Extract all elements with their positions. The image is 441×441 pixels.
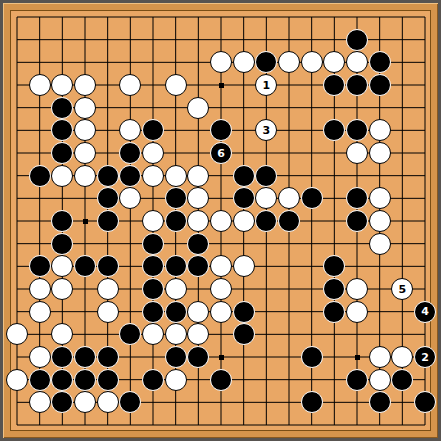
black-stone bbox=[165, 255, 187, 277]
black-stone bbox=[323, 301, 345, 323]
star-point bbox=[219, 83, 224, 88]
white-stone bbox=[233, 210, 255, 232]
white-stone bbox=[233, 51, 255, 73]
white-stone bbox=[97, 391, 119, 413]
black-stone bbox=[29, 255, 51, 277]
black-stone bbox=[97, 165, 119, 187]
white-stone bbox=[369, 346, 391, 368]
black-stone bbox=[51, 97, 73, 119]
white-stone bbox=[187, 165, 209, 187]
black-stone bbox=[74, 346, 96, 368]
black-stone bbox=[97, 210, 119, 232]
black-stone bbox=[233, 301, 255, 323]
white-stone bbox=[165, 74, 187, 96]
black-stone bbox=[187, 233, 209, 255]
black-stone bbox=[255, 165, 277, 187]
black-stone bbox=[233, 323, 255, 345]
board-frame: 136542 bbox=[0, 0, 441, 441]
black-stone bbox=[210, 369, 232, 391]
black-stone bbox=[165, 187, 187, 209]
white-stone bbox=[165, 165, 187, 187]
white-stone bbox=[74, 97, 96, 119]
white-stone bbox=[29, 346, 51, 368]
white-stone bbox=[346, 278, 368, 300]
black-stone bbox=[369, 51, 391, 73]
black-stone bbox=[142, 233, 164, 255]
white-stone bbox=[97, 278, 119, 300]
white-stone bbox=[187, 301, 209, 323]
white-stone bbox=[74, 142, 96, 164]
black-stone bbox=[391, 369, 413, 391]
white-stone bbox=[165, 369, 187, 391]
white-stone bbox=[210, 301, 232, 323]
black-stone bbox=[301, 346, 323, 368]
white-stone bbox=[142, 165, 164, 187]
white-stone bbox=[346, 142, 368, 164]
black-stone bbox=[165, 210, 187, 232]
white-stone bbox=[29, 301, 51, 323]
white-stone bbox=[74, 165, 96, 187]
black-stone bbox=[346, 369, 368, 391]
black-stone bbox=[165, 346, 187, 368]
white-stone bbox=[51, 165, 73, 187]
black-stone bbox=[29, 369, 51, 391]
black-stone bbox=[369, 391, 391, 413]
white-stone bbox=[346, 301, 368, 323]
black-stone bbox=[97, 369, 119, 391]
move-number-stone: 6 bbox=[210, 142, 232, 164]
black-stone bbox=[51, 233, 73, 255]
white-stone bbox=[142, 210, 164, 232]
white-stone bbox=[369, 187, 391, 209]
white-stone bbox=[369, 119, 391, 141]
white-stone bbox=[301, 51, 323, 73]
white-stone bbox=[165, 323, 187, 345]
black-stone bbox=[346, 29, 368, 51]
black-stone bbox=[301, 391, 323, 413]
black-stone bbox=[278, 210, 300, 232]
black-stone bbox=[97, 255, 119, 277]
black-stone bbox=[233, 187, 255, 209]
black-stone bbox=[29, 165, 51, 187]
white-stone bbox=[233, 255, 255, 277]
black-stone bbox=[51, 369, 73, 391]
white-stone bbox=[165, 278, 187, 300]
black-stone bbox=[369, 74, 391, 96]
black-stone bbox=[165, 301, 187, 323]
black-stone bbox=[142, 278, 164, 300]
black-stone bbox=[142, 301, 164, 323]
move-number-stone: 4 bbox=[414, 301, 436, 323]
white-stone bbox=[142, 142, 164, 164]
white-stone bbox=[6, 369, 28, 391]
white-stone bbox=[369, 142, 391, 164]
white-stone bbox=[29, 391, 51, 413]
white-stone bbox=[187, 97, 209, 119]
black-stone bbox=[119, 165, 141, 187]
black-stone bbox=[301, 187, 323, 209]
white-stone bbox=[74, 74, 96, 96]
black-stone bbox=[346, 74, 368, 96]
star-point bbox=[219, 355, 224, 360]
white-stone bbox=[369, 233, 391, 255]
black-stone bbox=[97, 346, 119, 368]
star-point bbox=[83, 219, 88, 224]
black-stone bbox=[346, 210, 368, 232]
white-stone bbox=[369, 210, 391, 232]
white-stone bbox=[210, 278, 232, 300]
move-number-stone: 2 bbox=[414, 346, 436, 368]
white-stone bbox=[97, 301, 119, 323]
white-stone bbox=[29, 74, 51, 96]
star-point bbox=[355, 355, 360, 360]
white-stone bbox=[29, 278, 51, 300]
black-stone bbox=[233, 165, 255, 187]
black-stone bbox=[97, 187, 119, 209]
black-stone bbox=[74, 369, 96, 391]
white-stone bbox=[369, 369, 391, 391]
white-stone bbox=[210, 210, 232, 232]
black-stone bbox=[142, 369, 164, 391]
